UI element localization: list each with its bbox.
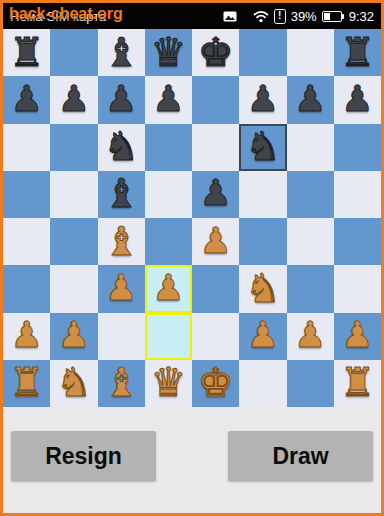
white-pawn: ♟ [105,270,137,306]
status-bar-right: ! 39% 9:32 [253,9,374,24]
white-pawn: ♟ [341,317,373,353]
square-g5[interactable] [287,171,334,218]
square-f1[interactable] [239,360,286,407]
square-h1[interactable]: ♜ [334,360,381,407]
wifi-icon [253,10,269,23]
square-c8[interactable]: ♝ [98,29,145,76]
square-h3[interactable] [334,265,381,312]
square-b7[interactable]: ♟ [50,76,97,123]
black-bishop: ♝ [103,173,139,213]
square-e6[interactable] [192,124,239,171]
white-knight: ♞ [245,268,281,308]
black-knight: ♞ [103,126,139,166]
carrier-text: Нема SIM карта [10,9,106,24]
square-g7[interactable]: ♟ [287,76,334,123]
white-rook: ♜ [339,362,375,402]
square-d1[interactable]: ♛ [145,360,192,407]
square-d6[interactable] [145,124,192,171]
square-a7[interactable]: ♟ [3,76,50,123]
square-g3[interactable] [287,265,334,312]
square-h5[interactable] [334,171,381,218]
black-rook: ♜ [9,32,45,72]
white-knight: ♞ [56,362,92,402]
white-queen: ♛ [150,362,186,402]
battery-icon [322,11,344,22]
image-icon [223,11,237,22]
square-d2[interactable] [145,313,192,360]
square-e4[interactable]: ♟ [192,218,239,265]
status-bar-left: Нема SIM карта hack-cheat.org [10,3,237,29]
square-f3[interactable]: ♞ [239,265,286,312]
square-b2[interactable]: ♟ [50,313,97,360]
square-d4[interactable] [145,218,192,265]
square-e8[interactable]: ♚ [192,29,239,76]
square-h6[interactable] [334,124,381,171]
square-a1[interactable]: ♜ [3,360,50,407]
black-bishop: ♝ [103,32,139,72]
black-king: ♚ [198,32,234,72]
square-f2[interactable]: ♟ [239,313,286,360]
action-panel: Resign Draw [3,407,381,513]
white-bishop: ♝ [103,221,139,261]
black-pawn: ♟ [341,81,373,117]
square-a4[interactable] [3,218,50,265]
white-pawn: ♟ [247,317,279,353]
square-e5[interactable]: ♟ [192,171,239,218]
square-c1[interactable]: ♝ [98,360,145,407]
square-e7[interactable] [192,76,239,123]
square-g1[interactable] [287,360,334,407]
clock-text: 9:32 [349,9,374,24]
square-g2[interactable]: ♟ [287,313,334,360]
square-g8[interactable] [287,29,334,76]
white-pawn: ♟ [58,317,90,353]
resign-button[interactable]: Resign [11,431,156,481]
square-a2[interactable]: ♟ [3,313,50,360]
square-g6[interactable] [287,124,334,171]
white-pawn: ♟ [294,317,326,353]
square-a5[interactable] [3,171,50,218]
status-bar: Нема SIM карта hack-cheat.org ! 39% 9:32 [3,3,381,29]
sim-alert-icon: ! [274,9,286,24]
black-pawn: ♟ [199,175,231,211]
square-f7[interactable]: ♟ [239,76,286,123]
app-screen: Нема SIM карта hack-cheat.org ! 39% 9:32… [0,0,384,516]
black-pawn: ♟ [294,81,326,117]
square-h2[interactable]: ♟ [334,313,381,360]
square-c6[interactable]: ♞ [98,124,145,171]
square-e3[interactable] [192,265,239,312]
square-b6[interactable] [50,124,97,171]
square-b8[interactable] [50,29,97,76]
black-pawn: ♟ [105,81,137,117]
black-pawn: ♟ [58,81,90,117]
square-a6[interactable] [3,124,50,171]
white-king: ♚ [198,362,234,402]
square-b4[interactable] [50,218,97,265]
white-pawn: ♟ [10,317,42,353]
square-g4[interactable] [287,218,334,265]
battery-percent: 39% [291,9,317,24]
square-e2[interactable] [192,313,239,360]
black-pawn: ♟ [152,81,184,117]
square-d3[interactable]: ♟ [145,265,192,312]
square-b1[interactable]: ♞ [50,360,97,407]
square-f8[interactable] [239,29,286,76]
square-a3[interactable] [3,265,50,312]
white-bishop: ♝ [103,362,139,402]
square-c4[interactable]: ♝ [98,218,145,265]
square-c2[interactable] [98,313,145,360]
chess-board: ♜♝♛♚♜♟♟♟♟♟♟♟♞♞♝♟♝♟♟♟♞♟♟♟♟♟♜♞♝♛♚♜ [3,29,381,407]
black-rook: ♜ [339,32,375,72]
square-c7[interactable]: ♟ [98,76,145,123]
square-h8[interactable]: ♜ [334,29,381,76]
square-f4[interactable] [239,218,286,265]
square-a8[interactable]: ♜ [3,29,50,76]
square-d5[interactable] [145,171,192,218]
square-h7[interactable]: ♟ [334,76,381,123]
square-d7[interactable]: ♟ [145,76,192,123]
square-b5[interactable] [50,171,97,218]
square-f5[interactable] [239,171,286,218]
black-knight: ♞ [245,126,281,166]
black-queen: ♛ [150,32,186,72]
alert-glyph: ! [278,11,281,21]
square-c3[interactable]: ♟ [98,265,145,312]
square-e1[interactable]: ♚ [192,360,239,407]
white-pawn: ♟ [199,223,231,259]
black-pawn: ♟ [10,81,42,117]
white-pawn: ♟ [152,270,184,306]
black-pawn: ♟ [247,81,279,117]
square-h4[interactable] [334,218,381,265]
white-rook: ♜ [9,362,45,402]
draw-button[interactable]: Draw [228,431,373,481]
square-b3[interactable] [50,265,97,312]
square-d8[interactable]: ♛ [145,29,192,76]
square-c5[interactable]: ♝ [98,171,145,218]
square-f6[interactable]: ♞ [239,124,286,171]
